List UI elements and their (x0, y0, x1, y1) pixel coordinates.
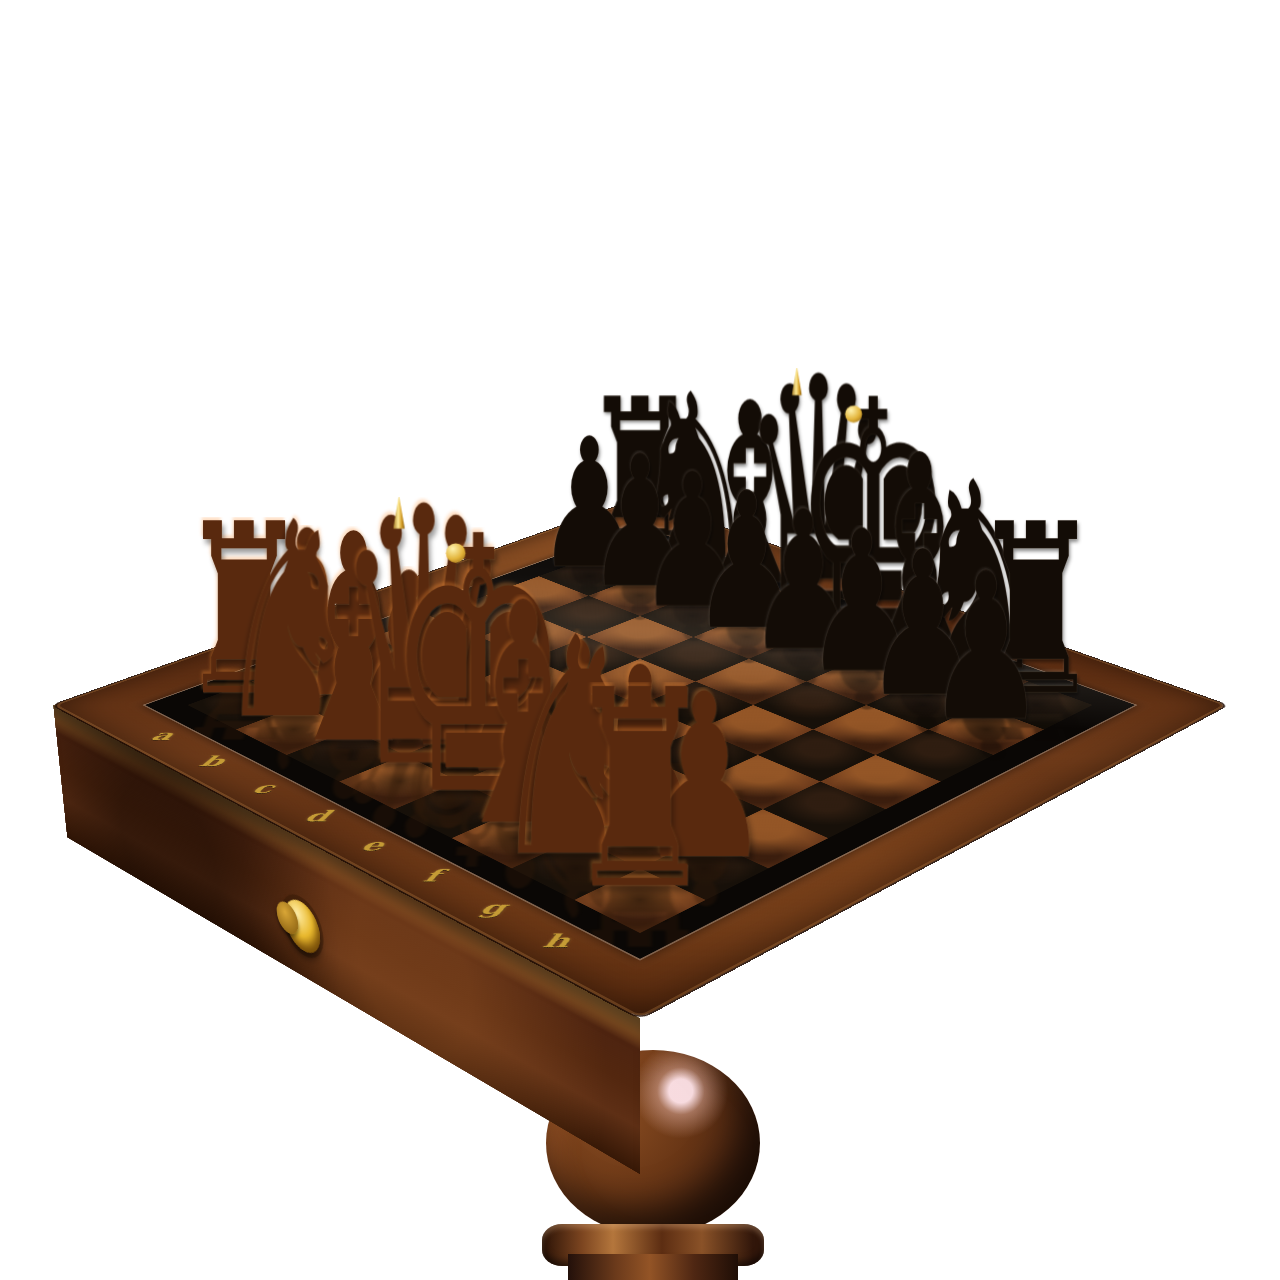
chess-piece-glyph: ♜ (561, 682, 719, 900)
pedestal-shaft (568, 1254, 738, 1280)
chess-table-scene: ♜♞♝♛♚♝♞♜♟♟♟♟♟♟♟♟♟♟♟♟♟♟♟♟♜♞♝♛♚♝♞♜ abcdefg… (0, 0, 1280, 1280)
piece-billboard: ♟ (874, 566, 1098, 729)
drawer-knob[interactable] (283, 892, 321, 961)
chess-piece-glyph: ♟ (912, 566, 1060, 729)
piece-billboard: ♜ (512, 682, 767, 900)
